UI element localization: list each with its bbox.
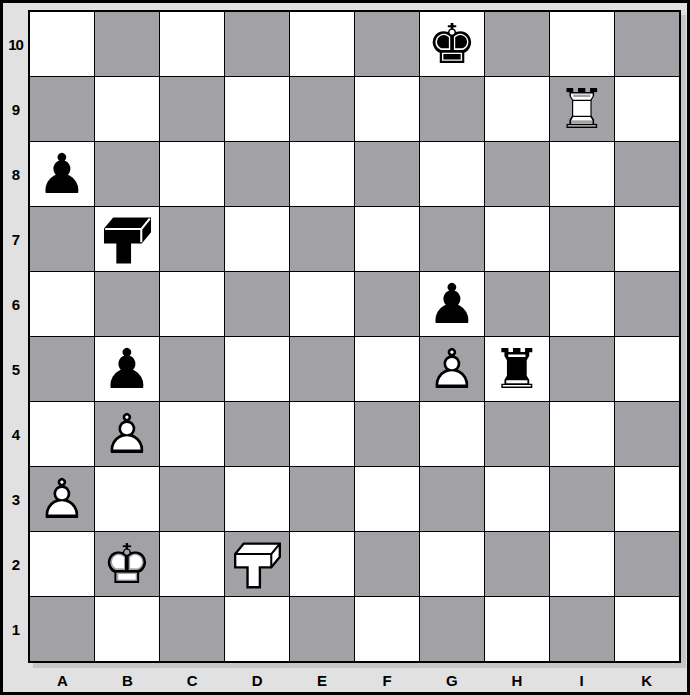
- square-k6[interactable]: [615, 272, 679, 336]
- square-i1[interactable]: [550, 597, 614, 661]
- square-a6[interactable]: [30, 272, 94, 336]
- rank-label-5: 5: [3, 337, 28, 402]
- square-h8[interactable]: [485, 142, 549, 206]
- square-g1[interactable]: [420, 597, 484, 661]
- file-labels: ABCDEFGHIK: [30, 668, 679, 692]
- square-c5[interactable]: [160, 337, 224, 401]
- rank-label-7: 7: [3, 207, 28, 272]
- square-c2[interactable]: [160, 532, 224, 596]
- rank-label-9: 9: [3, 77, 28, 142]
- square-e1[interactable]: [290, 597, 354, 661]
- square-f8[interactable]: [355, 142, 419, 206]
- rank-label-4: 4: [3, 402, 28, 467]
- square-c7[interactable]: [160, 207, 224, 271]
- rank-label-1: 1: [3, 597, 28, 662]
- square-f6[interactable]: [355, 272, 419, 336]
- square-k9[interactable]: [615, 77, 679, 141]
- square-k1[interactable]: [615, 597, 679, 661]
- square-g10[interactable]: ♚: [420, 12, 484, 76]
- square-d5[interactable]: [225, 337, 289, 401]
- square-g7[interactable]: [420, 207, 484, 271]
- square-d1[interactable]: [225, 597, 289, 661]
- square-b1[interactable]: [95, 597, 159, 661]
- square-f5[interactable]: [355, 337, 419, 401]
- black-pawn[interactable]: ♟: [30, 142, 94, 206]
- board[interactable]: ♚♜♖♟♟♟♟♙♜♟♙♟♙♚♔: [28, 10, 681, 663]
- file-label-h: H: [484, 668, 549, 692]
- square-c8[interactable]: [160, 142, 224, 206]
- square-g9[interactable]: [420, 77, 484, 141]
- square-a1[interactable]: [30, 597, 94, 661]
- square-d8[interactable]: [225, 142, 289, 206]
- square-f10[interactable]: [355, 12, 419, 76]
- rank-label-3: 3: [3, 467, 28, 532]
- square-d10[interactable]: [225, 12, 289, 76]
- square-d3[interactable]: [225, 467, 289, 531]
- white-rook-outline: ♖: [550, 77, 614, 141]
- square-c3[interactable]: [160, 467, 224, 531]
- square-c9[interactable]: [160, 77, 224, 141]
- square-b3[interactable]: [95, 467, 159, 531]
- square-b8[interactable]: [95, 142, 159, 206]
- file-label-c: C: [160, 668, 225, 692]
- square-g2[interactable]: [420, 532, 484, 596]
- rank-label-2: 2: [3, 532, 28, 597]
- square-a3[interactable]: ♟♙: [30, 467, 94, 531]
- square-h10[interactable]: [485, 12, 549, 76]
- square-b5[interactable]: ♟: [95, 337, 159, 401]
- square-k5[interactable]: [615, 337, 679, 401]
- square-i8[interactable]: [550, 142, 614, 206]
- square-i9[interactable]: ♜♖: [550, 77, 614, 141]
- black-rook[interactable]: ♜: [485, 337, 549, 401]
- square-i3[interactable]: [550, 467, 614, 531]
- square-a5[interactable]: [30, 337, 94, 401]
- square-c10[interactable]: [160, 12, 224, 76]
- file-label-d: D: [225, 668, 290, 692]
- square-a9[interactable]: [30, 77, 94, 141]
- file-label-i: I: [549, 668, 614, 692]
- square-d7[interactable]: [225, 207, 289, 271]
- square-a7[interactable]: [30, 207, 94, 271]
- square-e6[interactable]: [290, 272, 354, 336]
- square-a8[interactable]: ♟: [30, 142, 94, 206]
- file-label-a: A: [30, 668, 95, 692]
- rank-label-6: 6: [3, 272, 28, 337]
- square-k10[interactable]: [615, 12, 679, 76]
- file-label-e: E: [290, 668, 355, 692]
- square-k3[interactable]: [615, 467, 679, 531]
- square-h2[interactable]: [485, 532, 549, 596]
- square-a4[interactable]: [30, 402, 94, 466]
- rank-label-10: 10: [3, 12, 28, 77]
- square-f4[interactable]: [355, 402, 419, 466]
- square-e5[interactable]: [290, 337, 354, 401]
- square-i10[interactable]: [550, 12, 614, 76]
- square-h9[interactable]: [485, 77, 549, 141]
- white-t-piece[interactable]: [225, 532, 289, 596]
- square-k2[interactable]: [615, 532, 679, 596]
- square-i7[interactable]: [550, 207, 614, 271]
- square-b2[interactable]: ♚♔: [95, 532, 159, 596]
- file-label-f: F: [355, 668, 420, 692]
- white-pawn-outline: ♙: [30, 467, 94, 531]
- black-pawn[interactable]: ♟: [420, 272, 484, 336]
- square-e8[interactable]: [290, 142, 354, 206]
- square-b10[interactable]: [95, 12, 159, 76]
- file-label-b: B: [95, 668, 160, 692]
- square-k4[interactable]: [615, 402, 679, 466]
- square-h7[interactable]: [485, 207, 549, 271]
- square-h6[interactable]: [485, 272, 549, 336]
- white-pawn-outline: ♙: [95, 402, 159, 466]
- square-b4[interactable]: ♟♙: [95, 402, 159, 466]
- diagram-frame: 10987654321 ♚♜♖♟♟♟♟♙♜♟♙♟♙♚♔ ABCDEFGHIK: [0, 0, 690, 695]
- square-e7[interactable]: [290, 207, 354, 271]
- square-f7[interactable]: [355, 207, 419, 271]
- square-h3[interactable]: [485, 467, 549, 531]
- white-king-outline: ♔: [95, 532, 159, 596]
- square-e2[interactable]: [290, 532, 354, 596]
- square-g3[interactable]: [420, 467, 484, 531]
- square-b6[interactable]: [95, 272, 159, 336]
- file-label-g: G: [419, 668, 484, 692]
- square-d9[interactable]: [225, 77, 289, 141]
- square-f2[interactable]: [355, 532, 419, 596]
- square-h5[interactable]: ♜: [485, 337, 549, 401]
- rank-labels: 10987654321: [3, 12, 28, 662]
- square-k8[interactable]: [615, 142, 679, 206]
- square-f1[interactable]: [355, 597, 419, 661]
- square-i5[interactable]: [550, 337, 614, 401]
- square-e10[interactable]: [290, 12, 354, 76]
- square-a10[interactable]: [30, 12, 94, 76]
- square-e9[interactable]: [290, 77, 354, 141]
- square-e4[interactable]: [290, 402, 354, 466]
- square-c6[interactable]: [160, 272, 224, 336]
- square-c4[interactable]: [160, 402, 224, 466]
- black-t-piece[interactable]: [95, 207, 159, 271]
- square-i2[interactable]: [550, 532, 614, 596]
- square-g8[interactable]: [420, 142, 484, 206]
- square-g5[interactable]: ♟♙: [420, 337, 484, 401]
- black-pawn[interactable]: ♟: [95, 337, 159, 401]
- square-h4[interactable]: [485, 402, 549, 466]
- white-pawn-outline: ♙: [420, 337, 484, 401]
- black-king[interactable]: ♚: [420, 12, 484, 76]
- square-g6[interactable]: ♟: [420, 272, 484, 336]
- square-d2[interactable]: [225, 532, 289, 596]
- square-a2[interactable]: [30, 532, 94, 596]
- square-i4[interactable]: [550, 402, 614, 466]
- square-g4[interactable]: [420, 402, 484, 466]
- square-e3[interactable]: [290, 467, 354, 531]
- file-label-k: K: [614, 668, 679, 692]
- square-h1[interactable]: [485, 597, 549, 661]
- square-d4[interactable]: [225, 402, 289, 466]
- square-k7[interactable]: [615, 207, 679, 271]
- square-b7[interactable]: [95, 207, 159, 271]
- square-f9[interactable]: [355, 77, 419, 141]
- square-b9[interactable]: [95, 77, 159, 141]
- square-d6[interactable]: [225, 272, 289, 336]
- rank-label-8: 8: [3, 142, 28, 207]
- square-f3[interactable]: [355, 467, 419, 531]
- square-i6[interactable]: [550, 272, 614, 336]
- square-c1[interactable]: [160, 597, 224, 661]
